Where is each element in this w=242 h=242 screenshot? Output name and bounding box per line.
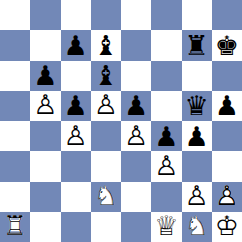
black-pawn[interactable]: ♟: [30, 61, 60, 91]
square-h2[interactable]: ♟♙: [212, 182, 242, 212]
white-pawn-outline: ♙: [182, 182, 212, 212]
white-rook[interactable]: ♜♖: [0, 212, 30, 242]
black-pawn[interactable]: ♟: [151, 121, 181, 151]
square-e6[interactable]: [121, 61, 151, 91]
square-d4[interactable]: [91, 121, 121, 151]
square-g6[interactable]: [182, 61, 212, 91]
square-f8[interactable]: [151, 0, 181, 30]
white-king[interactable]: ♚♔: [212, 212, 242, 242]
square-b5[interactable]: ♟♙: [30, 91, 60, 121]
square-e8[interactable]: [121, 0, 151, 30]
square-e1[interactable]: [121, 212, 151, 242]
square-b6[interactable]: ♟: [30, 61, 60, 91]
white-queen-outline: ♕: [151, 212, 181, 242]
square-h8[interactable]: [212, 0, 242, 30]
square-a2[interactable]: [0, 182, 30, 212]
square-d5[interactable]: ♟♙: [91, 91, 121, 121]
black-pawn[interactable]: ♟: [61, 91, 91, 121]
white-rook-outline: ♖: [0, 212, 30, 242]
square-f7[interactable]: [151, 30, 181, 60]
square-c4[interactable]: ♟♙: [61, 121, 91, 151]
square-g7[interactable]: ♜: [182, 30, 212, 60]
white-pawn[interactable]: ♟♙: [91, 91, 121, 121]
square-e5[interactable]: ♟: [121, 91, 151, 121]
white-knight-outline: ♘: [182, 212, 212, 242]
black-king[interactable]: ♚: [212, 30, 242, 60]
square-c2[interactable]: [61, 182, 91, 212]
square-d2[interactable]: ♞♘: [91, 182, 121, 212]
white-pawn[interactable]: ♟♙: [30, 91, 60, 121]
square-b2[interactable]: [30, 182, 60, 212]
white-pawn-outline: ♙: [61, 121, 91, 151]
square-e3[interactable]: [121, 151, 151, 181]
square-d8[interactable]: [91, 0, 121, 30]
white-pawn[interactable]: ♟♙: [212, 182, 242, 212]
square-f1[interactable]: ♛♕: [151, 212, 181, 242]
square-a7[interactable]: [0, 30, 30, 60]
square-b4[interactable]: [30, 121, 60, 151]
square-a1[interactable]: ♜♖: [0, 212, 30, 242]
square-h7[interactable]: ♚: [212, 30, 242, 60]
square-f5[interactable]: [151, 91, 181, 121]
square-g8[interactable]: [182, 0, 212, 30]
black-queen[interactable]: ♛: [182, 91, 212, 121]
square-b1[interactable]: [30, 212, 60, 242]
black-pawn[interactable]: ♟: [121, 91, 151, 121]
square-h1[interactable]: ♚♔: [212, 212, 242, 242]
white-pawn[interactable]: ♟♙: [121, 121, 151, 151]
square-a5[interactable]: [0, 91, 30, 121]
square-f3[interactable]: ♟♙: [151, 151, 181, 181]
black-pawn[interactable]: ♟: [212, 91, 242, 121]
square-b3[interactable]: [30, 151, 60, 181]
white-pawn-outline: ♙: [121, 121, 151, 151]
square-f2[interactable]: [151, 182, 181, 212]
square-c7[interactable]: ♟: [61, 30, 91, 60]
square-a8[interactable]: [0, 0, 30, 30]
square-h6[interactable]: [212, 61, 242, 91]
black-bishop[interactable]: ♝: [91, 30, 121, 60]
white-pawn[interactable]: ♟♙: [151, 151, 181, 181]
square-d1[interactable]: [91, 212, 121, 242]
square-e4[interactable]: ♟♙: [121, 121, 151, 151]
square-d3[interactable]: [91, 151, 121, 181]
square-d6[interactable]: ♝: [91, 61, 121, 91]
black-bishop[interactable]: ♝: [91, 61, 121, 91]
square-c3[interactable]: [61, 151, 91, 181]
square-e2[interactable]: [121, 182, 151, 212]
white-queen[interactable]: ♛♕: [151, 212, 181, 242]
white-pawn[interactable]: ♟♙: [182, 182, 212, 212]
white-knight-outline: ♘: [91, 182, 121, 212]
white-pawn-outline: ♙: [30, 91, 60, 121]
square-f6[interactable]: [151, 61, 181, 91]
square-g2[interactable]: ♟♙: [182, 182, 212, 212]
square-d7[interactable]: ♝: [91, 30, 121, 60]
white-pawn-outline: ♙: [212, 182, 242, 212]
white-pawn-outline: ♙: [91, 91, 121, 121]
chess-board: ♟♝♜♚♟♝♟♙♟♟♙♟♛♟♟♙♟♙♟♟♟♙♞♘♟♙♟♙♜♖♛♕♞♘♚♔: [0, 0, 242, 242]
square-h5[interactable]: ♟: [212, 91, 242, 121]
square-b8[interactable]: [30, 0, 60, 30]
square-c5[interactable]: ♟: [61, 91, 91, 121]
square-a6[interactable]: [0, 61, 30, 91]
chess-board-container: ♟♝♜♚♟♝♟♙♟♟♙♟♛♟♟♙♟♙♟♟♟♙♞♘♟♙♟♙♜♖♛♕♞♘♚♔: [0, 0, 242, 242]
black-pawn[interactable]: ♟: [182, 121, 212, 151]
square-a4[interactable]: [0, 121, 30, 151]
square-g5[interactable]: ♛: [182, 91, 212, 121]
square-g4[interactable]: ♟: [182, 121, 212, 151]
black-rook[interactable]: ♜: [182, 30, 212, 60]
square-b7[interactable]: [30, 30, 60, 60]
square-h4[interactable]: [212, 121, 242, 151]
white-knight[interactable]: ♞♘: [182, 212, 212, 242]
white-king-outline: ♔: [212, 212, 242, 242]
square-g3[interactable]: [182, 151, 212, 181]
square-c1[interactable]: [61, 212, 91, 242]
square-c6[interactable]: [61, 61, 91, 91]
white-knight[interactable]: ♞♘: [91, 182, 121, 212]
square-h3[interactable]: [212, 151, 242, 181]
square-e7[interactable]: [121, 30, 151, 60]
square-g1[interactable]: ♞♘: [182, 212, 212, 242]
square-a3[interactable]: [0, 151, 30, 181]
black-pawn[interactable]: ♟: [61, 30, 91, 60]
white-pawn-outline: ♙: [151, 151, 181, 181]
white-pawn[interactable]: ♟♙: [61, 121, 91, 151]
square-f4[interactable]: ♟: [151, 121, 181, 151]
square-c8[interactable]: [61, 0, 91, 30]
